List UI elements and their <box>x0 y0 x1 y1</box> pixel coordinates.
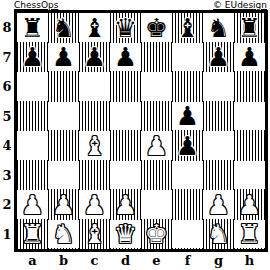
app-title: ChessOps <box>14 0 58 10</box>
square-e4[interactable]: ♟ <box>141 131 172 161</box>
file-label-h: h <box>245 253 254 268</box>
white-pawn: ♟ <box>238 192 261 218</box>
black-pawn: ♟ <box>207 44 230 70</box>
file-label-a: a <box>28 253 36 268</box>
square-h7[interactable]: ♟ <box>234 43 265 73</box>
black-knight: ♞ <box>52 15 75 41</box>
rank-labels: 87654321 <box>0 10 14 252</box>
square-d4[interactable] <box>110 131 141 161</box>
white-pawn: ♟ <box>52 192 75 218</box>
square-b6[interactable] <box>48 72 79 102</box>
black-queen: ♛ <box>114 15 137 41</box>
square-b2[interactable]: ♟ <box>48 190 79 220</box>
square-g5[interactable] <box>203 102 234 132</box>
square-h2[interactable]: ♟ <box>234 190 265 220</box>
title-bar: ChessOps © EUdesign <box>0 0 270 10</box>
square-h6[interactable] <box>234 72 265 102</box>
square-g7[interactable]: ♟ <box>203 43 234 73</box>
rank-label-4: 4 <box>2 138 11 153</box>
square-c7[interactable]: ♟ <box>79 43 110 73</box>
square-d3[interactable] <box>110 161 141 191</box>
square-c6[interactable] <box>79 72 110 102</box>
square-g3[interactable] <box>203 161 234 191</box>
square-d2[interactable]: ♟ <box>110 190 141 220</box>
rank-label-8: 8 <box>2 20 11 35</box>
square-c5[interactable] <box>79 102 110 132</box>
chess-diagram-page: ChessOps © EUdesign 87654321 ♜♞♝♛♚♝♞♜♟♟♟… <box>0 0 270 270</box>
file-label-g: g <box>214 253 223 268</box>
square-e5[interactable] <box>141 102 172 132</box>
square-b4[interactable] <box>48 131 79 161</box>
square-a5[interactable] <box>17 102 48 132</box>
white-pawn: ♟ <box>145 133 168 159</box>
square-d6[interactable] <box>110 72 141 102</box>
white-bishop: ♝ <box>83 221 106 247</box>
square-a2[interactable]: ♟ <box>17 190 48 220</box>
black-knight: ♞ <box>207 15 230 41</box>
square-h1[interactable]: ♜ <box>234 220 265 250</box>
black-rook: ♜ <box>238 15 261 41</box>
square-c4[interactable]: ♝ <box>79 131 110 161</box>
white-rook: ♜ <box>238 221 261 247</box>
square-a4[interactable] <box>17 131 48 161</box>
square-a3[interactable] <box>17 161 48 191</box>
square-g8[interactable]: ♞ <box>203 13 234 43</box>
file-label-e: e <box>152 253 160 268</box>
white-rook: ♜ <box>21 221 44 247</box>
square-b3[interactable] <box>48 161 79 191</box>
black-bishop: ♝ <box>176 15 199 41</box>
square-f6[interactable] <box>172 72 203 102</box>
black-pawn: ♟ <box>238 44 261 70</box>
square-g6[interactable] <box>203 72 234 102</box>
black-pawn: ♟ <box>176 103 199 129</box>
white-pawn: ♟ <box>83 192 106 218</box>
board-row: 87654321 ♜♞♝♛♚♝♞♜♟♟♟♟♟♟♟♝♟♟♟♟♟♟♟♟♜♞♝♛♚♞♜ <box>0 10 270 252</box>
white-king: ♚ <box>145 221 168 247</box>
square-c2[interactable]: ♟ <box>79 190 110 220</box>
square-f1[interactable] <box>172 220 203 250</box>
copyright-credit: © EUdesign <box>213 0 267 10</box>
square-d7[interactable]: ♟ <box>110 43 141 73</box>
white-bishop: ♝ <box>83 133 106 159</box>
file-labels: abcdefgh <box>17 252 265 268</box>
file-label-c: c <box>91 253 99 268</box>
square-d8[interactable]: ♛ <box>110 13 141 43</box>
square-h3[interactable] <box>234 161 265 191</box>
black-king: ♚ <box>145 15 168 41</box>
black-bishop: ♝ <box>83 15 106 41</box>
black-pawn: ♟ <box>83 44 106 70</box>
rank-label-6: 6 <box>2 79 11 94</box>
square-a6[interactable] <box>17 72 48 102</box>
square-e8[interactable]: ♚ <box>141 13 172 43</box>
white-pawn: ♟ <box>114 192 137 218</box>
square-e7[interactable] <box>141 43 172 73</box>
square-f4[interactable]: ♟ <box>172 131 203 161</box>
black-pawn: ♟ <box>176 133 199 159</box>
white-knight: ♞ <box>207 221 230 247</box>
square-e1[interactable]: ♚ <box>141 220 172 250</box>
square-e6[interactable] <box>141 72 172 102</box>
black-pawn: ♟ <box>114 44 137 70</box>
black-pawn: ♟ <box>52 44 75 70</box>
rank-label-7: 7 <box>2 50 11 65</box>
square-f5[interactable]: ♟ <box>172 102 203 132</box>
black-pawn: ♟ <box>21 44 44 70</box>
square-a7[interactable]: ♟ <box>17 43 48 73</box>
square-c3[interactable] <box>79 161 110 191</box>
square-h5[interactable] <box>234 102 265 132</box>
square-e3[interactable] <box>141 161 172 191</box>
white-queen: ♛ <box>114 221 137 247</box>
file-label-d: d <box>121 253 130 268</box>
square-h4[interactable] <box>234 131 265 161</box>
square-a1[interactable]: ♜ <box>17 220 48 250</box>
square-g2[interactable]: ♟ <box>203 190 234 220</box>
square-f7[interactable] <box>172 43 203 73</box>
square-b5[interactable] <box>48 102 79 132</box>
white-pawn: ♟ <box>21 192 44 218</box>
square-c1[interactable]: ♝ <box>79 220 110 250</box>
files-spacer <box>0 252 17 268</box>
rank-label-3: 3 <box>2 168 11 183</box>
rank-label-1: 1 <box>2 227 11 242</box>
square-f2[interactable] <box>172 190 203 220</box>
square-f3[interactable] <box>172 161 203 191</box>
chess-board: ♜♞♝♛♚♝♞♜♟♟♟♟♟♟♟♝♟♟♟♟♟♟♟♟♜♞♝♛♚♞♜ <box>14 10 268 252</box>
square-b1[interactable]: ♞ <box>48 220 79 250</box>
black-rook: ♜ <box>21 15 44 41</box>
square-a8[interactable]: ♜ <box>17 13 48 43</box>
square-d5[interactable] <box>110 102 141 132</box>
files-row: abcdefgh <box>0 252 270 268</box>
rank-label-5: 5 <box>2 109 11 124</box>
square-b7[interactable]: ♟ <box>48 43 79 73</box>
file-label-f: f <box>185 253 191 268</box>
square-d1[interactable]: ♛ <box>110 220 141 250</box>
square-e2[interactable] <box>141 190 172 220</box>
file-label-b: b <box>59 253 68 268</box>
square-f8[interactable]: ♝ <box>172 13 203 43</box>
square-b8[interactable]: ♞ <box>48 13 79 43</box>
square-g4[interactable] <box>203 131 234 161</box>
square-g1[interactable]: ♞ <box>203 220 234 250</box>
rank-label-2: 2 <box>2 197 11 212</box>
square-c8[interactable]: ♝ <box>79 13 110 43</box>
white-pawn: ♟ <box>207 192 230 218</box>
square-h8[interactable]: ♜ <box>234 13 265 43</box>
white-knight: ♞ <box>52 221 75 247</box>
